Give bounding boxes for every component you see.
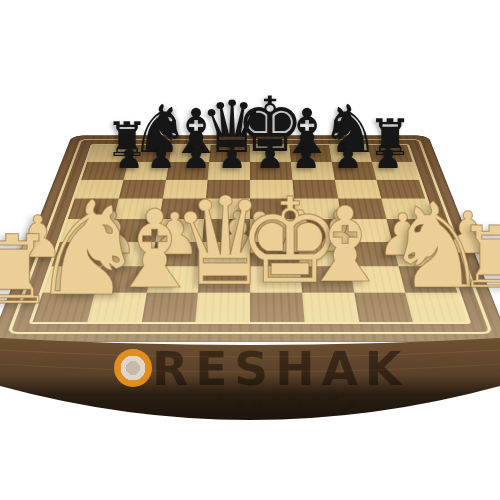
chess-set-product-photo: ♜♞♝♛♚♝♞♜♟♟♟♟♟♟♟♟♟♟♟♟♟♟♟♟♜♞♝♛♚♝♞♜ RESHAK … — [0, 0, 500, 500]
piece-black-p-a7[interactable]: ♟ — [115, 141, 144, 173]
chessboard-3d-scene: ♜♞♝♛♚♝♞♜♟♟♟♟♟♟♟♟♟♟♟♟♟♟♟♟♜♞♝♛♚♝♞♜ RESHAK … — [0, 0, 500, 500]
piece-white-r-h1[interactable]: ♜ — [457, 215, 500, 300]
piece-white-b-f1[interactable]: ♝ — [298, 193, 391, 297]
piece-black-p-h7[interactable]: ♟ — [374, 141, 403, 173]
piece-black-p-f7[interactable]: ♟ — [292, 141, 321, 173]
piece-black-p-d7[interactable]: ♟ — [218, 141, 247, 173]
piece-black-p-e7[interactable]: ♟ — [256, 141, 285, 173]
piece-black-p-b7[interactable]: ♟ — [147, 141, 176, 173]
piece-black-p-c7[interactable]: ♟ — [182, 141, 211, 173]
piece-black-p-g7[interactable]: ♟ — [334, 141, 363, 173]
board-front-face — [0, 336, 500, 436]
